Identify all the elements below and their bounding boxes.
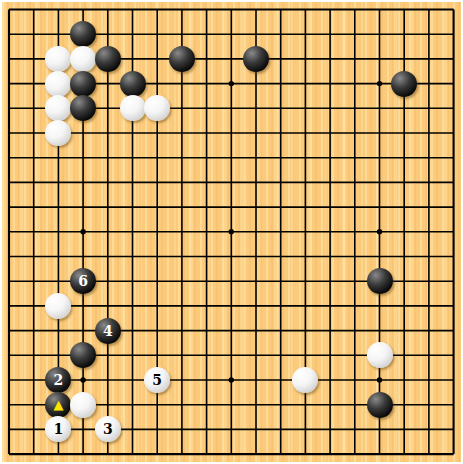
star-point [80, 229, 85, 234]
stone-black[interactable] [120, 71, 146, 97]
stone-black[interactable] [391, 71, 417, 97]
move-number-label: 5 [152, 373, 162, 387]
move-number-label: 6 [78, 274, 88, 288]
stone-black-triangle-marked[interactable]: ▲ [45, 392, 71, 418]
star-point [229, 229, 234, 234]
stone-black[interactable] [169, 46, 195, 72]
star-point [377, 81, 382, 86]
move-number-label: 4 [103, 324, 113, 338]
go-board-screenshot: 6425▲13 [0, 0, 463, 464]
stone-white[interactable] [70, 46, 96, 72]
stone-black-move-4[interactable]: 4 [95, 318, 121, 344]
stone-white[interactable] [367, 342, 393, 368]
triangle-marker-icon: ▲ [53, 398, 63, 411]
move-number-label: 1 [54, 422, 64, 436]
stone-black[interactable] [70, 71, 96, 97]
stone-black[interactable] [95, 46, 121, 72]
stone-white-move-3[interactable]: 3 [95, 416, 121, 442]
star-point [229, 81, 234, 86]
move-number-label: 3 [103, 422, 113, 436]
star-point [80, 377, 85, 382]
stone-white[interactable] [70, 392, 96, 418]
stone-white[interactable] [120, 95, 146, 121]
stone-white-move-5[interactable]: 5 [144, 367, 170, 393]
stone-black[interactable] [243, 46, 269, 72]
move-number-label: 2 [54, 373, 64, 387]
star-point [377, 377, 382, 382]
stone-black[interactable] [367, 268, 393, 294]
star-point [377, 229, 382, 234]
board-grid [2, 2, 461, 462]
stone-black[interactable] [367, 392, 393, 418]
go-board[interactable]: 6425▲13 [2, 2, 461, 462]
stone-white[interactable] [45, 71, 71, 97]
star-point [229, 377, 234, 382]
